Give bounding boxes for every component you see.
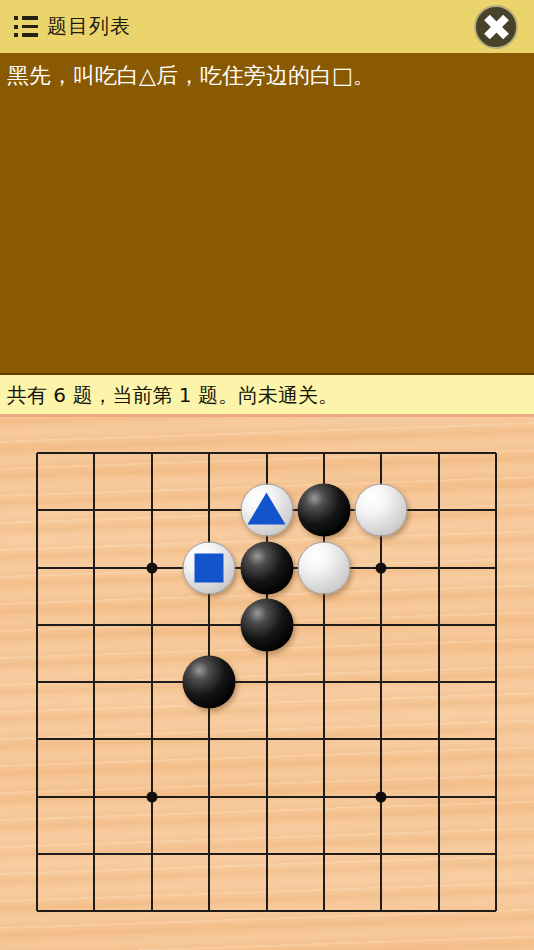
board-cell[interactable] [238, 482, 295, 539]
board-cell[interactable] [66, 596, 123, 653]
board-cell[interactable] [238, 424, 295, 481]
board-cell[interactable] [66, 883, 123, 940]
board-cell[interactable] [295, 596, 352, 653]
board-cell[interactable] [180, 539, 237, 596]
status-bar: 共有 6 题，当前第 1 题。尚未通关。 [0, 373, 534, 414]
white-stone[interactable] [183, 541, 236, 594]
board-cell[interactable] [8, 596, 65, 653]
board-cell[interactable] [123, 539, 180, 596]
board-cell[interactable] [8, 883, 65, 940]
board-cell[interactable] [180, 596, 237, 653]
board-cell[interactable] [180, 768, 237, 825]
board-cell[interactable] [66, 711, 123, 768]
board-cell[interactable] [66, 768, 123, 825]
triangle-mark-icon [248, 493, 286, 525]
star-point [376, 791, 387, 802]
board-cell[interactable] [295, 424, 352, 481]
board-cell[interactable] [238, 596, 295, 653]
problem-list-button[interactable]: 题目列表 [14, 13, 131, 40]
app-screen: 题目列表 黑先，叫吃白△后，吃住旁边的白□。 共有 6 题，当前第 1 题。尚未… [0, 0, 534, 950]
board-cell[interactable] [8, 424, 65, 481]
star-point [146, 562, 157, 573]
board-cell[interactable] [467, 654, 524, 711]
board-cell[interactable] [180, 482, 237, 539]
white-stone[interactable] [355, 484, 408, 537]
board-cell[interactable] [8, 539, 65, 596]
black-stone[interactable] [183, 656, 236, 709]
star-point [376, 562, 387, 573]
board-cell[interactable] [467, 424, 524, 481]
board-cell[interactable] [123, 654, 180, 711]
board-area-top-edge [0, 414, 534, 417]
board-cell[interactable] [8, 654, 65, 711]
board-cell[interactable] [295, 883, 352, 940]
board-cell[interactable] [8, 825, 65, 882]
board-cell[interactable] [353, 596, 410, 653]
board-cell[interactable] [467, 711, 524, 768]
board-cell[interactable] [295, 539, 352, 596]
white-stone[interactable] [240, 484, 293, 537]
board-cell[interactable] [295, 768, 352, 825]
board-cell[interactable] [123, 482, 180, 539]
board-cell[interactable] [295, 654, 352, 711]
board-cell[interactable] [410, 768, 467, 825]
board-cell[interactable] [353, 768, 410, 825]
star-point [146, 791, 157, 802]
board-cell[interactable] [295, 825, 352, 882]
board-cell[interactable] [410, 539, 467, 596]
board-cell[interactable] [410, 424, 467, 481]
board-cell[interactable] [353, 711, 410, 768]
board-cell[interactable] [353, 539, 410, 596]
board-cell[interactable] [66, 825, 123, 882]
board-cell[interactable] [410, 596, 467, 653]
board-cell[interactable] [180, 825, 237, 882]
board-cell[interactable] [353, 825, 410, 882]
status-text: 共有 6 题，当前第 1 题。尚未通关。 [7, 382, 526, 408]
close-button[interactable] [474, 5, 518, 49]
board-cell[interactable] [238, 825, 295, 882]
board-cell[interactable] [238, 768, 295, 825]
board-cell[interactable] [410, 654, 467, 711]
board-cell[interactable] [180, 654, 237, 711]
board-cell[interactable] [410, 482, 467, 539]
board-cell[interactable] [66, 654, 123, 711]
board-cell[interactable] [467, 539, 524, 596]
instruction-text: 黑先，叫吃白△后，吃住旁边的白□。 [7, 61, 526, 91]
white-stone[interactable] [297, 541, 350, 594]
board-cell[interactable] [410, 711, 467, 768]
board-cell[interactable] [238, 883, 295, 940]
board-cell[interactable] [410, 825, 467, 882]
board-cell[interactable] [467, 883, 524, 940]
top-bar: 题目列表 [0, 0, 534, 53]
board-cell[interactable] [353, 883, 410, 940]
board-cell[interactable] [123, 768, 180, 825]
board-cell[interactable] [8, 482, 65, 539]
board-cell[interactable] [467, 482, 524, 539]
board-cell[interactable] [123, 596, 180, 653]
board-cell[interactable] [467, 596, 524, 653]
board-cell[interactable] [8, 768, 65, 825]
board-cell[interactable] [66, 482, 123, 539]
board-cell[interactable] [66, 539, 123, 596]
board-cell[interactable] [123, 825, 180, 882]
board-cell[interactable] [295, 711, 352, 768]
board-area [0, 414, 534, 950]
instruction-panel: 黑先，叫吃白△后，吃住旁边的白□。 [0, 53, 534, 373]
page-title: 题目列表 [47, 13, 131, 40]
board-cell[interactable] [238, 654, 295, 711]
board-cell[interactable] [123, 711, 180, 768]
board-cell[interactable] [123, 424, 180, 481]
square-mark-icon [195, 553, 224, 582]
board-cell[interactable] [123, 883, 180, 940]
board-cell[interactable] [353, 482, 410, 539]
board-cell[interactable] [8, 711, 65, 768]
board-cell[interactable] [66, 424, 123, 481]
black-stone[interactable] [240, 598, 293, 651]
board-cell[interactable] [180, 883, 237, 940]
board-cell[interactable] [353, 654, 410, 711]
board-cell[interactable] [353, 424, 410, 481]
black-stone[interactable] [297, 484, 350, 537]
close-icon [483, 14, 510, 41]
board-cell[interactable] [467, 768, 524, 825]
board-cell[interactable] [238, 711, 295, 768]
board-cell[interactable] [467, 825, 524, 882]
black-stone[interactable] [240, 541, 293, 594]
board-cell[interactable] [180, 424, 237, 481]
board-cell[interactable] [180, 711, 237, 768]
list-icon [14, 16, 38, 37]
board-cell[interactable] [238, 539, 295, 596]
board-cell[interactable] [410, 883, 467, 940]
go-board[interactable] [8, 424, 525, 940]
board-cell[interactable] [295, 482, 352, 539]
